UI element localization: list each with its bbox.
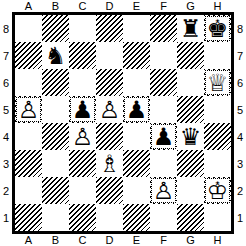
rank-label-5-right: 5 <box>234 96 246 123</box>
rank-label-2-right: 2 <box>234 177 246 204</box>
white-pawn[interactable]: ♙ <box>99 98 121 122</box>
square-f7[interactable] <box>150 42 177 69</box>
file-label-d-top: D <box>96 0 123 12</box>
file-label-c-bottom: C <box>69 234 96 246</box>
piece-halo: ♟ <box>151 124 176 149</box>
black-knight[interactable]: ♞ <box>45 44 67 68</box>
square-b4[interactable] <box>42 123 69 150</box>
square-b5[interactable] <box>42 96 69 123</box>
rank-label-8-right: 8 <box>234 15 246 42</box>
rank-label-6-right: 6 <box>234 69 246 96</box>
square-f5[interactable] <box>150 96 177 123</box>
file-labels-top: ABCDEFGH <box>15 0 231 12</box>
square-d8[interactable] <box>96 15 123 42</box>
file-label-g-bottom: G <box>177 234 204 246</box>
square-f2[interactable]: ♙ <box>150 177 177 204</box>
piece-halo: ♕ <box>205 70 230 95</box>
white-pawn[interactable]: ♙ <box>153 179 175 203</box>
square-f4[interactable]: ♟ <box>150 123 177 150</box>
white-king[interactable]: ♔ <box>207 179 229 203</box>
file-label-h-top: H <box>204 0 231 12</box>
rank-label-6-left: 6 <box>0 69 12 96</box>
square-c6[interactable] <box>69 69 96 96</box>
file-label-a-top: A <box>15 0 42 12</box>
file-label-f-bottom: F <box>150 234 177 246</box>
square-e1[interactable] <box>123 204 150 231</box>
square-c4[interactable]: ♙ <box>69 123 96 150</box>
piece-halo: ♟ <box>124 97 149 122</box>
square-e8[interactable] <box>123 15 150 42</box>
white-bishop[interactable]: ♗ <box>99 152 121 176</box>
rank-label-3-left: 3 <box>0 150 12 177</box>
file-label-b-top: B <box>42 0 69 12</box>
square-h3[interactable] <box>204 150 231 177</box>
piece-halo: ♚ <box>205 16 230 41</box>
square-b1[interactable] <box>42 204 69 231</box>
square-c1[interactable] <box>69 204 96 231</box>
square-e6[interactable] <box>123 69 150 96</box>
square-g3[interactable] <box>177 150 204 177</box>
square-f3[interactable] <box>150 150 177 177</box>
square-f1[interactable] <box>150 204 177 231</box>
square-a6[interactable] <box>15 69 42 96</box>
square-b8[interactable] <box>42 15 69 42</box>
rank-label-1-left: 1 <box>0 204 12 231</box>
square-d7[interactable] <box>96 42 123 69</box>
file-label-d-bottom: D <box>96 234 123 246</box>
chess-board: ♜♚♞♕♙♟♙♟♙♟♛♗♙♔ <box>12 12 234 234</box>
square-h2[interactable]: ♔ <box>204 177 231 204</box>
black-rook[interactable]: ♜ <box>180 17 202 41</box>
file-label-b-bottom: B <box>42 234 69 246</box>
white-pawn[interactable]: ♙ <box>72 125 94 149</box>
file-label-a-bottom: A <box>15 234 42 246</box>
square-c3[interactable] <box>69 150 96 177</box>
square-a3[interactable] <box>15 150 42 177</box>
square-d5[interactable]: ♙ <box>96 96 123 123</box>
file-label-f-top: F <box>150 0 177 12</box>
square-a5[interactable]: ♙ <box>15 96 42 123</box>
square-h4[interactable] <box>204 123 231 150</box>
square-f6[interactable] <box>150 69 177 96</box>
rank-label-1-right: 1 <box>234 204 246 231</box>
white-pawn[interactable]: ♙ <box>18 98 40 122</box>
rank-label-5-left: 5 <box>0 96 12 123</box>
chess-diagram: ABCDEFGH 87654321 ♜♚♞♕♙♟♙♟♙♟♛♗♙♔ 8765432… <box>0 0 246 246</box>
rank-labels-right: 87654321 <box>234 15 246 231</box>
rank-label-4-left: 4 <box>0 123 12 150</box>
square-e4[interactable] <box>123 123 150 150</box>
square-a1[interactable] <box>15 204 42 231</box>
square-h1[interactable] <box>204 204 231 231</box>
file-label-g-top: G <box>177 0 204 12</box>
square-h6[interactable]: ♕ <box>204 69 231 96</box>
square-g5[interactable] <box>177 96 204 123</box>
square-g6[interactable] <box>177 69 204 96</box>
square-h5[interactable] <box>204 96 231 123</box>
piece-halo: ♙ <box>151 178 176 203</box>
black-pawn[interactable]: ♟ <box>153 125 175 149</box>
rank-labels-left: 87654321 <box>0 15 12 231</box>
square-e5[interactable]: ♟ <box>123 96 150 123</box>
file-label-e-bottom: E <box>123 234 150 246</box>
square-h7[interactable] <box>204 42 231 69</box>
rank-label-7-right: 7 <box>234 42 246 69</box>
rank-label-7-left: 7 <box>0 42 12 69</box>
square-d3[interactable]: ♗ <box>96 150 123 177</box>
rank-label-4-right: 4 <box>234 123 246 150</box>
white-queen[interactable]: ♕ <box>207 71 229 95</box>
square-c8[interactable] <box>69 15 96 42</box>
square-c2[interactable] <box>69 177 96 204</box>
square-g7[interactable] <box>177 42 204 69</box>
square-d4[interactable] <box>96 123 123 150</box>
square-d1[interactable] <box>96 204 123 231</box>
rank-label-2-left: 2 <box>0 177 12 204</box>
square-e2[interactable] <box>123 177 150 204</box>
square-a4[interactable] <box>15 123 42 150</box>
piece-halo: ♔ <box>205 178 230 203</box>
square-g8[interactable]: ♜ <box>177 15 204 42</box>
square-d2[interactable] <box>96 177 123 204</box>
black-king[interactable]: ♚ <box>207 17 229 41</box>
rank-label-8-left: 8 <box>0 15 12 42</box>
square-b7[interactable]: ♞ <box>42 42 69 69</box>
file-labels-bottom: ABCDEFGH <box>15 234 231 246</box>
piece-halo: ♙ <box>16 97 41 122</box>
square-e7[interactable] <box>123 42 150 69</box>
square-b2[interactable] <box>42 177 69 204</box>
square-e3[interactable] <box>123 150 150 177</box>
black-pawn[interactable]: ♟ <box>72 98 94 122</box>
square-c7[interactable] <box>69 42 96 69</box>
square-b3[interactable] <box>42 150 69 177</box>
file-label-c-top: C <box>69 0 96 12</box>
black-queen[interactable]: ♛ <box>180 125 202 149</box>
square-g4[interactable]: ♛ <box>177 123 204 150</box>
square-a8[interactable] <box>15 15 42 42</box>
square-f8[interactable] <box>150 15 177 42</box>
black-pawn[interactable]: ♟ <box>126 98 148 122</box>
square-a2[interactable] <box>15 177 42 204</box>
square-a7[interactable] <box>15 42 42 69</box>
square-c5[interactable]: ♟ <box>69 96 96 123</box>
piece-halo: ♟ <box>70 97 95 122</box>
square-h8[interactable]: ♚ <box>204 15 231 42</box>
file-label-e-top: E <box>123 0 150 12</box>
rank-label-3-right: 3 <box>234 150 246 177</box>
square-g1[interactable] <box>177 204 204 231</box>
square-b6[interactable] <box>42 69 69 96</box>
file-label-h-bottom: H <box>204 234 231 246</box>
square-g2[interactable] <box>177 177 204 204</box>
square-d6[interactable] <box>96 69 123 96</box>
